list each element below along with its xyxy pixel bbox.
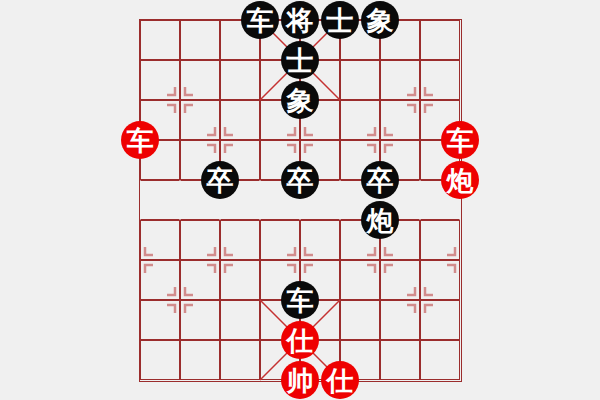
board-cell — [140, 340, 180, 380]
board-cell — [140, 60, 180, 100]
piece-red-chariot[interactable]: 车 — [441, 121, 479, 159]
board-cell — [340, 300, 380, 340]
board-cell — [180, 60, 220, 100]
board-cell — [180, 100, 220, 140]
board-cell — [220, 220, 260, 260]
board-cell — [140, 300, 180, 340]
board-cell — [300, 220, 340, 260]
board-cell — [220, 340, 260, 380]
xiangqi-board-stage: 车将士象士象车车卒卒卒炮炮车仕帅仕 — [0, 0, 600, 400]
river-cell — [140, 180, 180, 220]
piece-black-advisor[interactable]: 士 — [281, 41, 319, 79]
board-cell — [380, 60, 420, 100]
piece-black-chariot[interactable]: 车 — [241, 1, 279, 39]
board-cell — [340, 60, 380, 100]
board-cell — [420, 340, 460, 380]
piece-black-chariot[interactable]: 车 — [281, 281, 319, 319]
board-cell — [340, 260, 380, 300]
board-cell — [180, 300, 220, 340]
board-cell — [220, 260, 260, 300]
board-cell — [140, 220, 180, 260]
board-cell — [420, 220, 460, 260]
piece-red-cannon[interactable]: 炮 — [441, 161, 479, 199]
piece-black-general[interactable]: 将 — [281, 1, 319, 39]
board-cell — [380, 340, 420, 380]
piece-red-advisor[interactable]: 仕 — [281, 321, 319, 359]
board-cell — [380, 260, 420, 300]
board-cell — [260, 220, 300, 260]
piece-black-soldier[interactable]: 卒 — [201, 161, 239, 199]
piece-black-elephant[interactable]: 象 — [281, 81, 319, 119]
piece-black-soldier[interactable]: 卒 — [361, 161, 399, 199]
board-cell — [140, 20, 180, 60]
piece-red-chariot[interactable]: 车 — [121, 121, 159, 159]
piece-black-soldier[interactable]: 卒 — [281, 161, 319, 199]
board-cell — [180, 340, 220, 380]
piece-black-elephant[interactable]: 象 — [361, 1, 399, 39]
piece-red-advisor[interactable]: 仕 — [321, 361, 359, 399]
board-cell — [180, 20, 220, 60]
board-cell — [380, 300, 420, 340]
piece-black-advisor[interactable]: 士 — [321, 1, 359, 39]
board-cell — [340, 100, 380, 140]
board-cell — [220, 100, 260, 140]
piece-red-general[interactable]: 帅 — [281, 361, 319, 399]
board-cell — [220, 60, 260, 100]
board-cell — [180, 220, 220, 260]
board-cell — [180, 260, 220, 300]
piece-black-cannon[interactable]: 炮 — [361, 201, 399, 239]
board-cell — [420, 300, 460, 340]
board-cell — [140, 260, 180, 300]
board-cell — [420, 20, 460, 60]
board-cell — [420, 260, 460, 300]
board-cell — [220, 300, 260, 340]
board-cell — [380, 100, 420, 140]
board-cell — [420, 60, 460, 100]
